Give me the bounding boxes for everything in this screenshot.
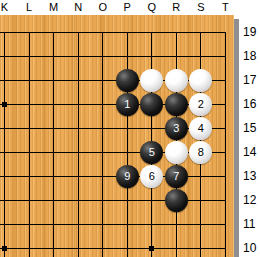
column-label-T: T	[222, 1, 229, 13]
grid-hline-19	[0, 32, 226, 33]
grid-hline-12	[0, 200, 226, 201]
white-stone-Q17[interactable]	[140, 69, 163, 92]
white-stone-S16[interactable]: 2	[189, 93, 212, 116]
move-number-label: 4	[198, 122, 204, 134]
move-number-label: 8	[198, 146, 204, 158]
move-number-label: 7	[173, 170, 179, 182]
black-stone-R16[interactable]	[165, 93, 188, 116]
black-stone-P16[interactable]: 1	[116, 93, 139, 116]
star-point-Q10	[149, 246, 154, 251]
grid-hline-18	[0, 56, 226, 57]
row-label-16: 16	[243, 97, 256, 111]
column-label-O: O	[98, 1, 107, 13]
go-diagram: 123458967 KLMNOPQRST 1918171615141312111…	[0, 0, 260, 257]
grid-vline-T	[225, 32, 226, 257]
column-label-K: K	[1, 1, 8, 13]
move-number-label: 6	[149, 170, 155, 182]
black-stone-Q14[interactable]: 5	[140, 141, 163, 164]
black-stone-P17[interactable]	[116, 69, 139, 92]
board-shadow	[234, 19, 239, 257]
move-number-label: 3	[173, 122, 179, 134]
star-point-K10	[2, 246, 7, 251]
grid-vline-M	[53, 32, 54, 257]
move-number-label: 2	[198, 98, 204, 110]
white-stone-S15[interactable]: 4	[189, 117, 212, 140]
white-stone-Q13[interactable]: 6	[140, 165, 163, 188]
move-number-label: 5	[149, 146, 155, 158]
column-label-L: L	[26, 1, 32, 13]
grid-vline-K	[4, 32, 5, 257]
black-stone-R15[interactable]: 3	[165, 117, 188, 140]
white-stone-R17[interactable]	[165, 69, 188, 92]
grid-vline-O	[102, 32, 103, 257]
column-label-P: P	[124, 1, 131, 13]
row-label-12: 12	[243, 193, 256, 207]
white-stone-R14[interactable]	[165, 141, 188, 164]
row-label-17: 17	[243, 73, 256, 87]
column-label-N: N	[74, 1, 82, 13]
row-label-13: 13	[243, 169, 256, 183]
white-stone-S14[interactable]: 8	[189, 141, 212, 164]
grid-vline-L	[29, 32, 30, 257]
black-stone-R13[interactable]: 7	[165, 165, 188, 188]
grid-vline-P	[127, 32, 128, 257]
grid-vline-N	[78, 32, 79, 257]
column-label-M: M	[49, 1, 58, 13]
row-label-19: 19	[243, 25, 256, 39]
column-label-Q: Q	[148, 1, 157, 13]
black-stone-Q16[interactable]	[140, 93, 163, 116]
grid-hline-13	[0, 176, 226, 177]
move-number-label: 1	[124, 98, 130, 110]
row-label-18: 18	[243, 49, 256, 63]
black-stone-R12[interactable]	[165, 189, 188, 212]
star-point-K16	[2, 102, 7, 107]
move-number-label: 9	[124, 170, 130, 182]
row-label-14: 14	[243, 145, 256, 159]
row-label-11: 11	[243, 217, 255, 231]
grid-hline-10	[0, 248, 226, 249]
row-label-15: 15	[243, 121, 256, 135]
row-label-10: 10	[243, 241, 256, 255]
black-stone-P13[interactable]: 9	[116, 165, 139, 188]
column-label-R: R	[172, 1, 180, 13]
grid-hline-11	[0, 224, 226, 225]
column-label-S: S	[197, 1, 204, 13]
white-stone-S17[interactable]	[189, 69, 212, 92]
